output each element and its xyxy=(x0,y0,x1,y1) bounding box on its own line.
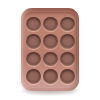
muffin-cup-r4c1 xyxy=(26,69,41,84)
muffin-cup-r3c1 xyxy=(26,52,41,67)
muffin-cup-r1c3 xyxy=(60,17,75,32)
muffin-cup-r4c3 xyxy=(60,69,75,84)
muffin-cup-r1c1 xyxy=(26,17,41,32)
muffin-cup-r3c2 xyxy=(43,52,58,67)
muffin-cup-r2c2 xyxy=(43,34,58,49)
muffin-cup-r2c1 xyxy=(26,34,41,49)
cup-grid xyxy=(25,15,76,86)
muffin-pan xyxy=(21,8,79,91)
muffin-cup-r3c3 xyxy=(60,52,75,67)
muffin-cup-r2c3 xyxy=(60,34,75,49)
product-photo xyxy=(0,0,100,100)
muffin-cup-r4c2 xyxy=(43,69,58,84)
muffin-cup-r1c2 xyxy=(43,17,58,32)
